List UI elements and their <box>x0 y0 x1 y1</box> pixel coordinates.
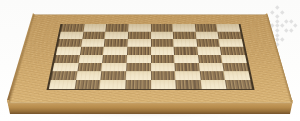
board-square <box>174 71 199 80</box>
board-square <box>79 46 103 54</box>
board-square <box>221 54 246 62</box>
board-square <box>216 24 240 31</box>
board-square <box>83 24 106 31</box>
board-square <box>52 62 78 71</box>
board-square <box>54 54 79 62</box>
board-square <box>78 54 103 62</box>
board-square <box>56 46 81 54</box>
chessboard <box>8 14 292 103</box>
board-square <box>198 62 223 71</box>
board-square <box>127 31 150 38</box>
board-square <box>197 54 222 62</box>
board-scene <box>0 0 300 121</box>
board-square <box>195 31 219 38</box>
board-square <box>172 31 195 38</box>
board-square <box>104 38 128 46</box>
board-square <box>150 80 175 89</box>
board-square <box>80 38 104 46</box>
board-square <box>104 31 127 38</box>
board-square <box>200 80 226 89</box>
board-square <box>126 54 150 62</box>
board-square <box>75 71 101 80</box>
board-square <box>150 38 173 46</box>
board-square <box>150 31 173 38</box>
board-square <box>126 62 150 71</box>
board-square <box>99 80 125 89</box>
board-square <box>100 71 125 80</box>
board-grid <box>46 23 254 89</box>
board-square <box>60 24 84 31</box>
board-square <box>220 46 245 54</box>
board-square <box>77 62 102 71</box>
board-square <box>101 62 126 71</box>
board-square <box>105 24 128 31</box>
board-square <box>199 71 225 80</box>
board-square <box>150 62 174 71</box>
board-square <box>127 38 150 46</box>
board-frame <box>8 14 292 103</box>
board-square <box>125 71 150 80</box>
board-square <box>150 54 174 62</box>
board-square <box>50 71 76 80</box>
board-square <box>150 71 175 80</box>
board-square <box>223 71 249 80</box>
board-square <box>82 31 106 38</box>
board-square <box>150 46 174 54</box>
board-square <box>174 62 199 71</box>
board-square <box>222 62 248 71</box>
board-square <box>217 31 241 38</box>
board-square <box>103 46 127 54</box>
board-square <box>175 80 201 89</box>
board-square <box>218 38 242 46</box>
board-square <box>150 24 172 31</box>
board-square <box>125 80 150 89</box>
board-square <box>225 80 252 89</box>
board-square <box>126 46 150 54</box>
board-square <box>196 38 220 46</box>
board-square <box>102 54 126 62</box>
board-square <box>194 24 217 31</box>
board-square <box>173 38 197 46</box>
board-square <box>172 24 195 31</box>
board-square <box>57 38 81 46</box>
board-square <box>174 54 198 62</box>
board-square <box>59 31 83 38</box>
board-square <box>196 46 220 54</box>
product-photo-stage <box>0 0 300 121</box>
board-square <box>173 46 197 54</box>
board-square <box>48 80 75 89</box>
board-square <box>128 24 150 31</box>
board-square <box>74 80 100 89</box>
